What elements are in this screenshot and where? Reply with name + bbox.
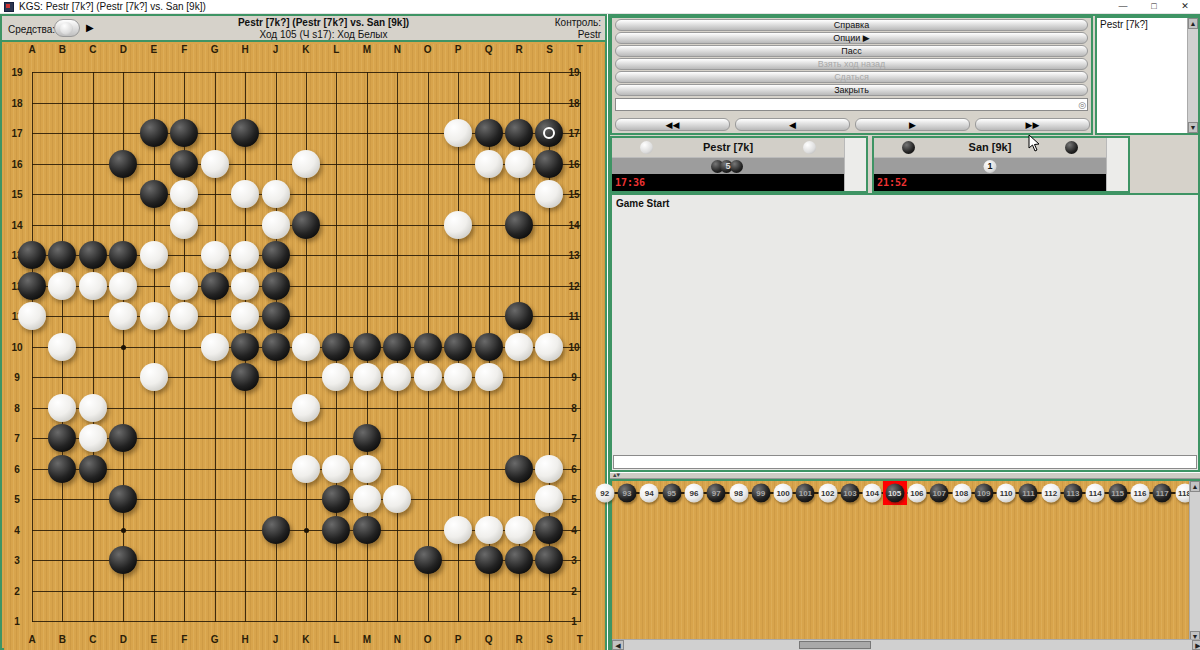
stone-black-F16 [170,150,198,178]
move-node-97[interactable]: 97 [707,484,726,503]
scrollbar-thumb[interactable] [799,641,871,649]
column-label-bottom: G [211,634,219,645]
scroll-right-icon[interactable]: ▶ [1192,640,1200,650]
move-node-116[interactable]: 116 [1130,484,1149,503]
stone-black-L10 [322,333,350,361]
row-label-right: 6 [571,463,577,474]
black-stone-icon [902,141,915,154]
row-label-right: 4 [571,524,577,535]
white-clock: 17:36 [612,174,844,191]
stone-white-J14 [262,211,290,239]
column-label-bottom: N [394,634,401,645]
black-clock: 21:52 [874,174,1106,191]
row-label-right: 11 [569,311,580,322]
row-label-right: 16 [568,158,579,169]
move-node-114[interactable]: 114 [1086,484,1105,503]
stone-white-P4 [444,516,472,544]
stone-white-G16 [201,150,229,178]
move-status: Ход 105 (Ч s17): Ход Белых [122,29,525,40]
stone-black-B13 [48,241,76,269]
black-panel-strip [1106,138,1128,191]
column-label-bottom: D [120,634,127,645]
column-label-top: T [577,44,583,55]
stone-black-R17 [505,119,533,147]
row-label-left: 9 [14,372,20,383]
action-button-закрыть[interactable]: Закрыть [615,84,1088,96]
stone-white-N5 [383,485,411,513]
stone-white-M9 [353,363,381,391]
screen: KGS: Pestr [7k?] (Pestr [7k?] vs. San [9… [0,0,1200,650]
stone-white-M6 [353,455,381,483]
stone-white-K16 [292,150,320,178]
close-button[interactable]: ✕ [1170,0,1200,13]
play-arrow-icon[interactable]: ▶ [86,22,94,33]
stone-white-E13 [140,241,168,269]
grid-line-horizontal [32,621,581,622]
column-label-top: H [241,44,248,55]
stone-black-R11 [505,302,533,330]
black-stone-icon [1065,141,1078,154]
os-titlebar: KGS: Pestr [7k?] (Pestr [7k?] vs. San [9… [0,0,1200,14]
column-label-top: D [120,44,127,55]
white-panel-strip [844,138,866,191]
scroll-up-icon[interactable]: ▲ [1190,481,1200,492]
column-label-top: G [211,44,219,55]
tree-horizontal-scrollbar[interactable]: ◀ ▶ [612,639,1200,650]
stone-black-G12 [201,272,229,300]
stone-white-G13 [201,241,229,269]
move-node-94[interactable]: 94 [640,484,659,503]
stone-white-S10 [535,333,563,361]
move-node-117[interactable]: 117 [1153,484,1172,503]
stone-white-H11 [231,302,259,330]
column-label-bottom: Q [485,634,493,645]
stone-black-J11 [262,302,290,330]
column-label-top: E [150,44,157,55]
grid-line-horizontal [32,591,581,592]
white-captures-bar: 5 [612,157,844,174]
white-stone-icon [640,141,653,154]
row-label-left: 6 [14,463,20,474]
right-panel: СправкаОпции ▶ПассВзять ход назадСдаться… [608,14,1200,650]
move-node-92[interactable]: 92 [595,484,614,503]
stone-white-P9 [444,363,472,391]
user-list-scrollbar[interactable]: ▲ ▼ [1187,18,1198,133]
row-label-left: 3 [14,555,20,566]
column-label-top: P [455,44,462,55]
stone-black-S16 [535,150,563,178]
row-label-left: 18 [11,97,22,108]
game-toolbar: Средства: ▶ Pestr [7k?] (Pestr [7k?] vs.… [2,16,605,42]
column-label-bottom: M [363,634,371,645]
stone-black-D7 [109,424,137,452]
row-label-right: 9 [571,372,577,383]
row-label-right: 3 [571,555,577,566]
game-window: Средства: ▶ Pestr [7k?] (Pestr [7k?] vs.… [0,14,607,650]
control-info: Контроль: Pestr [555,17,601,41]
row-label-right: 13 [568,250,579,261]
control-label: Контроль: [555,17,601,28]
game-title: Pestr [7k?] (Pestr [7k?] vs. San [9k]) [122,17,525,28]
stone-black-H10 [231,333,259,361]
black-player-header: San [9k] [874,138,1106,157]
stone-white-O9 [414,363,442,391]
stone-black-M7 [353,424,381,452]
column-label-bottom: L [333,634,339,645]
column-label-bottom: F [181,634,187,645]
stone-white-H15 [231,180,259,208]
last-move-marker [543,127,555,139]
row-label-right: 18 [568,97,579,108]
column-label-bottom: K [302,634,309,645]
move-node-103[interactable]: 103 [841,484,860,503]
move-node-112[interactable]: 112 [1041,484,1060,503]
column-label-bottom: S [546,634,553,645]
white-player-panel: Pestr [7k] 5 17:36 [610,136,868,193]
stone-white-P17 [444,119,472,147]
stone-white-B8 [48,394,76,422]
move-node-96[interactable]: 96 [684,484,703,503]
action-button-взять-ход-назад: Взять ход назад [615,58,1088,70]
stone-black-Q3 [475,546,503,574]
row-label-left: 7 [14,433,20,444]
stone-black-A13 [18,241,46,269]
stone-black-B6 [48,455,76,483]
move-node-107[interactable]: 107 [930,484,949,503]
white-player-header: Pestr [7k] [612,138,844,157]
move-node-100[interactable]: 100 [774,484,793,503]
move-node-104[interactable]: 104 [863,484,882,503]
stone-black-M4 [353,516,381,544]
column-label-bottom: B [59,634,66,645]
stone-black-D3 [109,546,137,574]
stone-black-Q17 [475,119,503,147]
column-label-bottom: O [424,634,432,645]
move-node-110[interactable]: 110 [997,484,1016,503]
stone-black-A12 [18,272,46,300]
white-stone-icon [60,22,73,35]
stone-white-E11 [140,302,168,330]
stone-black-L4 [322,516,350,544]
stone-white-K8 [292,394,320,422]
hoshi-point [121,528,126,533]
stone-white-H12 [231,272,259,300]
stone-black-K14 [292,211,320,239]
tree-vertical-scrollbar[interactable]: ▲ ▼ [1189,481,1200,642]
stone-white-C7 [79,424,107,452]
nav-button-0[interactable]: ◀◀ [615,118,730,131]
action-button-пасс[interactable]: Пасс [615,45,1088,57]
column-label-top: O [424,44,432,55]
hoshi-point [121,345,126,350]
white-capture-count: 5 [711,161,745,171]
captured-black-stones-icon: 5 [711,160,745,173]
tools-label: Средства: [8,24,55,35]
row-label-right: 5 [571,494,577,505]
kgs-app-icon [4,2,14,12]
captured-white-stone-icon: 1 [984,160,997,173]
panel-splitter[interactable]: ▴▾ [610,472,1200,479]
stone-white-F12 [170,272,198,300]
stone-white-D12 [109,272,137,300]
column-label-bottom: E [150,634,157,645]
column-label-bottom: J [273,634,279,645]
stone-white-Q16 [475,150,503,178]
column-label-top: L [333,44,339,55]
column-label-top: R [515,44,522,55]
user-list-item[interactable]: Pestr [7k?] [1097,18,1198,31]
black-captures-bar: 1 [874,157,1106,174]
stone-black-O3 [414,546,442,574]
stone-white-Q9 [475,363,503,391]
stone-white-M5 [353,485,381,513]
black-capture-count: 1 [984,161,997,171]
move-node-102[interactable]: 102 [818,484,837,503]
row-label-right: 2 [571,585,577,596]
stone-black-N10 [383,333,411,361]
game-tree-panel[interactable]: 9293949596979899100101102103104105106107… [610,479,1200,650]
action-panel: СправкаОпции ▶ПассВзять ход назадСдаться… [610,16,1093,135]
chat-message: Game Start [616,198,669,209]
stone-white-G10 [201,333,229,361]
emote-icon[interactable]: ◎ [1078,100,1086,110]
row-label-right: 10 [568,341,579,352]
nav-button-3[interactable]: ▶▶ [975,118,1090,131]
stone-black-D16 [109,150,137,178]
column-label-top: N [394,44,401,55]
row-label-left: 19 [11,67,22,78]
column-label-top: M [363,44,371,55]
stone-white-K6 [292,455,320,483]
move-node-99[interactable]: 99 [751,484,770,503]
row-label-right: 7 [571,433,577,444]
row-label-right: 1 [571,616,577,627]
row-label-right: 12 [568,280,579,291]
mouse-cursor [1028,134,1040,152]
stone-black-L5 [322,485,350,513]
column-label-top: K [302,44,309,55]
row-label-right: 14 [568,219,579,230]
column-label-top: A [28,44,35,55]
stone-black-Q10 [475,333,503,361]
stone-white-Q4 [475,516,503,544]
stone-black-D5 [109,485,137,513]
stone-white-F15 [170,180,198,208]
stone-black-S4 [535,516,563,544]
stone-black-E15 [140,180,168,208]
row-label-left: 4 [14,524,20,535]
chat-input[interactable] [613,455,1197,469]
nav-button-1[interactable]: ◀ [735,118,850,131]
column-label-bottom: A [28,634,35,645]
column-label-top: B [59,44,66,55]
stone-white-C12 [79,272,107,300]
stone-black-J13 [262,241,290,269]
row-label-right: 8 [571,402,577,413]
stone-black-J4 [262,516,290,544]
stone-black-H9 [231,363,259,391]
stone-black-F17 [170,119,198,147]
move-node-93[interactable]: 93 [618,484,637,503]
column-label-top: F [181,44,187,55]
column-label-bottom: R [515,634,522,645]
stone-white-R16 [505,150,533,178]
stone-white-B12 [48,272,76,300]
move-node-105[interactable]: 105 [885,484,904,503]
stone-white-J15 [262,180,290,208]
row-label-left: 2 [14,585,20,596]
row-label-left: 17 [11,128,22,139]
row-label-left: 5 [14,494,20,505]
stone-black-M10 [353,333,381,361]
white-stone-icon [803,141,816,154]
chat-panel: Game Start [610,193,1200,472]
stone-black-H17 [231,119,259,147]
action-button-справка[interactable]: Справка [615,19,1088,31]
move-node-109[interactable]: 109 [974,484,993,503]
stone-black-P10 [444,333,472,361]
stone-black-S17 [535,119,563,147]
chat-log: Game Start [612,195,1198,453]
stone-white-D11 [109,302,137,330]
stone-white-N9 [383,363,411,391]
stone-white-C8 [79,394,107,422]
scroll-down-icon[interactable]: ▼ [1188,122,1198,133]
row-label-left: 16 [11,158,22,169]
maximize-button[interactable]: □ [1139,0,1169,13]
stone-white-P14 [444,211,472,239]
stone-black-J10 [262,333,290,361]
column-label-bottom: P [455,634,462,645]
stone-white-R10 [505,333,533,361]
stone-black-D13 [109,241,137,269]
stone-white-H13 [231,241,259,269]
black-player-panel: San [9k] 1 21:52 [872,136,1130,193]
row-label-left: 1 [14,616,20,627]
column-label-bottom: C [89,634,96,645]
row-label-right: 19 [568,67,579,78]
row-label-left: 10 [11,341,22,352]
stone-white-L6 [322,455,350,483]
stone-white-A11 [18,302,46,330]
grid-line-vertical [580,72,581,622]
button-column: СправкаОпции ▶ПассВзять ход назадСдаться… [612,19,1091,96]
white-player-name: Pestr [7k] [703,141,753,153]
action-button-опции[interactable]: Опции ▶ [615,32,1088,44]
stone-black-R3 [505,546,533,574]
column-label-top: S [546,44,553,55]
black-player-name: San [9k] [969,141,1012,153]
nav-button-2[interactable]: ▶ [855,118,970,131]
row-label-right: 17 [568,128,579,139]
move-node-115[interactable]: 115 [1108,484,1127,503]
stone-white-L9 [322,363,350,391]
move-node-113[interactable]: 113 [1064,484,1083,503]
user-list[interactable]: Pestr [7k?] ▲ ▼ [1095,16,1200,135]
column-label-bottom: T [577,634,583,645]
go-board[interactable]: AABBCCDDEEFFGGHHJJKKLLMMNNOOPPQQRRSSTT19… [4,44,605,650]
column-label-top: C [89,44,96,55]
stone-black-E17 [140,119,168,147]
splitter-arrows-icon: ▴▾ [613,471,620,479]
stone-black-O10 [414,333,442,361]
stone-black-R14 [505,211,533,239]
column-label-top: J [273,44,279,55]
stone-black-C6 [79,455,107,483]
move-node-101[interactable]: 101 [796,484,815,503]
stone-black-S3 [535,546,563,574]
stone-white-S5 [535,485,563,513]
row-label-left: 8 [14,402,20,413]
row-label-left: 15 [11,189,22,200]
move-node-106[interactable]: 106 [907,484,926,503]
stone-white-F14 [170,211,198,239]
nav-row: ◀◀◀▶▶▶ [612,118,1091,132]
stone-white-S15 [535,180,563,208]
chat-entry-field[interactable]: ◎ [615,98,1088,111]
minimize-button[interactable]: — [1108,0,1138,13]
hoshi-point [304,528,309,533]
column-label-bottom: H [241,634,248,645]
action-button-сдаться: Сдаться [615,71,1088,83]
move-node-108[interactable]: 108 [952,484,971,503]
row-label-right: 15 [568,189,579,200]
stone-white-F11 [170,302,198,330]
move-node-95[interactable]: 95 [662,484,681,503]
stone-white-K10 [292,333,320,361]
stone-white-E9 [140,363,168,391]
stone-white-R4 [505,516,533,544]
column-label-top: Q [485,44,493,55]
stone-black-R6 [505,455,533,483]
stone-black-B7 [48,424,76,452]
scroll-up-icon[interactable]: ▲ [1188,18,1198,29]
control-value: Pestr [578,29,601,40]
scroll-left-icon[interactable]: ◀ [612,640,624,650]
window-title: KGS: Pestr [7k?] (Pestr [7k?] vs. San [9… [19,1,206,12]
stone-black-J12 [262,272,290,300]
move-node-98[interactable]: 98 [729,484,748,503]
stone-white-S6 [535,455,563,483]
stone-black-C13 [79,241,107,269]
tool-stone-button[interactable] [54,19,80,37]
stone-white-B10 [48,333,76,361]
move-node-111[interactable]: 111 [1019,484,1038,503]
row-label-left: 14 [11,219,22,230]
